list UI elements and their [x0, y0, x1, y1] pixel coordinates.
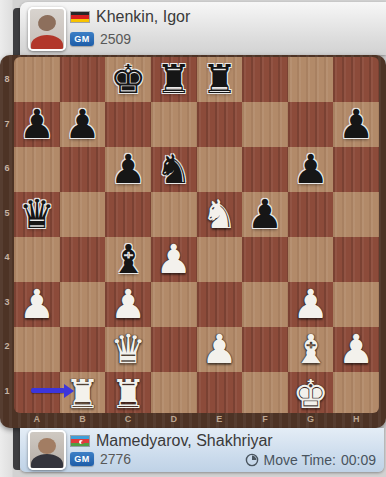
square-g4[interactable]: [288, 237, 334, 282]
piece-white-pawn-h2: ♟: [333, 327, 379, 372]
piece-black-king-c8: ♚: [105, 57, 151, 102]
square-e1[interactable]: [197, 372, 243, 413]
square-e3[interactable]: [197, 282, 243, 327]
square-c4[interactable]: ♝: [105, 237, 151, 282]
bottom-player-name: Mamedyarov, Shakhriyar: [96, 432, 273, 450]
square-h6[interactable]: [333, 147, 379, 192]
square-a4[interactable]: [14, 237, 60, 282]
rank-label-1: 1: [0, 386, 14, 396]
bottom-player-avatar: [28, 430, 66, 470]
square-f1[interactable]: [242, 372, 288, 413]
square-g3[interactable]: ♟: [288, 282, 334, 327]
square-g5[interactable]: [288, 192, 334, 237]
square-c7[interactable]: [105, 102, 151, 147]
square-b4[interactable]: [60, 237, 106, 282]
piece-black-bishop-c4: ♝: [105, 237, 151, 282]
piece-white-bishop-g2: ♝: [288, 327, 334, 372]
square-h3[interactable]: [333, 282, 379, 327]
square-e4[interactable]: [197, 237, 243, 282]
square-a5[interactable]: ♛: [14, 192, 60, 237]
file-label-A: A: [14, 414, 60, 424]
file-label-H: H: [333, 414, 379, 424]
square-h4[interactable]: [333, 237, 379, 282]
square-g2[interactable]: ♝: [288, 327, 334, 372]
move-time: Move Time: 00:09: [245, 452, 376, 468]
square-b7[interactable]: ♟: [60, 102, 106, 147]
square-d1[interactable]: [151, 372, 197, 413]
piece-black-pawn-h7: ♟: [333, 102, 379, 147]
board: ♚♜♜♟♟♟♟♞♟♛♞♟♝♟♟♟♟♛♟♝♟♜♜♚: [14, 57, 379, 413]
piece-white-pawn-d4: ♟: [151, 237, 197, 282]
file-label-G: G: [288, 414, 334, 424]
square-e2[interactable]: ♟: [197, 327, 243, 372]
square-e7[interactable]: [197, 102, 243, 147]
piece-black-rook-e8: ♜: [197, 57, 243, 102]
rank-label-2: 2: [0, 341, 14, 351]
rank-label-5: 5: [0, 208, 14, 218]
rank-label-8: 8: [0, 74, 14, 84]
square-f3[interactable]: [242, 282, 288, 327]
bottom-player-rating: 2776: [100, 451, 131, 467]
square-f8[interactable]: [242, 57, 288, 102]
square-f2[interactable]: [242, 327, 288, 372]
bottom-player-bar: Mamedyarov, Shakhriyar GM 2776 Move Time…: [20, 428, 384, 472]
top-player-title-badge: GM: [70, 32, 94, 46]
piece-white-king-g1: ♚: [288, 372, 334, 413]
piece-black-pawn-f5: ♟: [242, 192, 288, 237]
square-e5[interactable]: ♞: [197, 192, 243, 237]
piece-black-pawn-b7: ♟: [60, 102, 106, 147]
square-b8[interactable]: [60, 57, 106, 102]
bottom-player-title-badge: GM: [70, 452, 94, 466]
avatar-head: [38, 438, 56, 454]
piece-black-knight-d6: ♞: [151, 147, 197, 192]
square-c5[interactable]: [105, 192, 151, 237]
piece-white-queen-c2: ♛: [105, 327, 151, 372]
chess-broadcast-widget: Khenkin, Igor GM 2509 87654321 ♚♜♜♟♟♟♟♞♟…: [0, 0, 386, 477]
square-h1[interactable]: [333, 372, 379, 413]
file-label-E: E: [196, 414, 242, 424]
rank-label-3: 3: [0, 297, 14, 307]
square-c1[interactable]: ♜: [105, 372, 151, 413]
rank-labels: 87654321: [0, 57, 14, 413]
piece-white-pawn-g3: ♟: [288, 282, 334, 327]
piece-black-rook-d8: ♜: [151, 57, 197, 102]
square-d7[interactable]: [151, 102, 197, 147]
square-d4[interactable]: ♟: [151, 237, 197, 282]
piece-white-pawn-c3: ♟: [105, 282, 151, 327]
avatar-body: [31, 35, 63, 51]
square-c6[interactable]: ♟: [105, 147, 151, 192]
square-e8[interactable]: ♜: [197, 57, 243, 102]
board-frame: 87654321 ♚♜♜♟♟♟♟♞♟♛♞♟♝♟♟♟♟♛♟♝♟♜♜♚ ABCDEF…: [0, 55, 386, 428]
piece-black-pawn-c6: ♟: [105, 147, 151, 192]
square-c3[interactable]: ♟: [105, 282, 151, 327]
file-labels: ABCDEFGH: [14, 413, 379, 428]
square-d5[interactable]: [151, 192, 197, 237]
piece-white-pawn-a3: ♟: [14, 282, 60, 327]
square-a7[interactable]: ♟: [14, 102, 60, 147]
square-g8[interactable]: [288, 57, 334, 102]
square-c2[interactable]: ♛: [105, 327, 151, 372]
square-f7[interactable]: [242, 102, 288, 147]
square-f5[interactable]: ♟: [242, 192, 288, 237]
square-g6[interactable]: ♟: [288, 147, 334, 192]
bottom-player-title-row: GM 2776: [70, 451, 131, 467]
piece-white-knight-e5: ♞: [197, 192, 243, 237]
square-b6[interactable]: [60, 147, 106, 192]
top-player-avatar: [28, 7, 66, 51]
rank-label-4: 4: [0, 252, 14, 262]
rank-label-7: 7: [0, 119, 14, 129]
top-player-rating: 2509: [100, 31, 131, 47]
file-label-F: F: [242, 414, 288, 424]
square-a3[interactable]: ♟: [14, 282, 60, 327]
piece-black-pawn-a7: ♟: [14, 102, 60, 147]
square-h8[interactable]: [333, 57, 379, 102]
piece-white-pawn-e2: ♟: [197, 327, 243, 372]
square-a8[interactable]: [14, 57, 60, 102]
move-time-label: Move Time:: [264, 452, 336, 468]
top-player-name: Khenkin, Igor: [96, 8, 190, 26]
square-b2[interactable]: [60, 327, 106, 372]
board-squares: ♚♜♜♟♟♟♟♞♟♛♞♟♝♟♟♟♟♛♟♝♟♜♜♚: [14, 57, 379, 413]
piece-black-queen-a5: ♛: [14, 192, 60, 237]
square-h7[interactable]: ♟: [333, 102, 379, 147]
square-f6[interactable]: [242, 147, 288, 192]
top-player-bar: Khenkin, Igor GM 2509: [20, 2, 386, 55]
piece-black-pawn-g6: ♟: [288, 147, 334, 192]
square-d6[interactable]: ♞: [151, 147, 197, 192]
file-label-D: D: [151, 414, 197, 424]
square-g1[interactable]: ♚: [288, 372, 334, 413]
top-player-title-row: GM 2509: [70, 31, 131, 47]
avatar-body: [31, 454, 63, 470]
square-b5[interactable]: [60, 192, 106, 237]
azerbaijan-flag-icon: [70, 435, 90, 447]
file-label-C: C: [105, 414, 151, 424]
move-time-value: 00:09: [341, 452, 376, 468]
file-label-B: B: [59, 414, 105, 424]
square-a2[interactable]: [14, 327, 60, 372]
clock-icon: [245, 453, 259, 467]
square-f4[interactable]: [242, 237, 288, 282]
piece-white-rook-c1: ♜: [105, 372, 151, 413]
square-c8[interactable]: ♚: [105, 57, 151, 102]
rank-label-6: 6: [0, 163, 14, 173]
square-d8[interactable]: ♜: [151, 57, 197, 102]
square-d3[interactable]: [151, 282, 197, 327]
germany-flag-icon: [70, 11, 90, 23]
square-h2[interactable]: ♟: [333, 327, 379, 372]
square-d2[interactable]: [151, 327, 197, 372]
square-h5[interactable]: [333, 192, 379, 237]
square-a6[interactable]: [14, 147, 60, 192]
square-e6[interactable]: [197, 147, 243, 192]
square-b3[interactable]: [60, 282, 106, 327]
square-g7[interactable]: [288, 102, 334, 147]
